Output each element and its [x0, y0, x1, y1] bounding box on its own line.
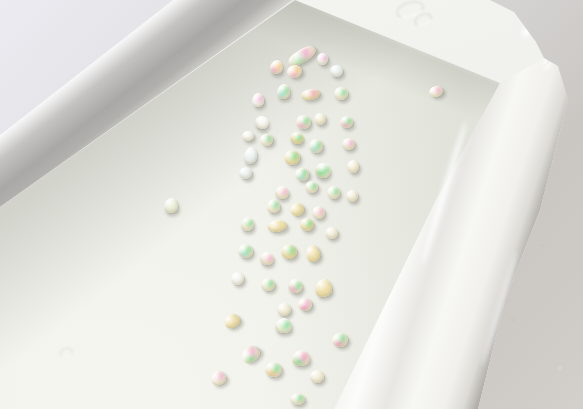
opal-gem	[428, 84, 444, 98]
opal-gem	[330, 65, 343, 77]
opal-gem	[334, 87, 348, 100]
opal-gem	[274, 184, 290, 199]
opal-gem	[268, 59, 283, 75]
opal-gem-layer	[0, 0, 583, 409]
opal-gem	[312, 206, 325, 219]
opal-gem	[283, 149, 300, 165]
opal-gem	[300, 87, 321, 101]
opal-gem	[294, 166, 310, 181]
opal-gem	[285, 63, 303, 79]
opal-gem	[331, 332, 349, 349]
opal-gem	[265, 362, 282, 377]
opal-gem	[238, 342, 262, 365]
opal-gem	[291, 349, 310, 367]
opal-gem	[327, 186, 340, 199]
opal-gem	[289, 130, 306, 145]
opal-gem	[253, 113, 271, 130]
opal-gem	[286, 278, 303, 294]
opal-gem	[252, 93, 264, 107]
opal-gem	[305, 181, 318, 193]
opal-gem	[242, 131, 254, 141]
opal-gem	[285, 44, 318, 68]
opal-gem	[309, 139, 323, 153]
opal-gem	[261, 278, 275, 291]
opal-gem	[231, 272, 244, 285]
opal-gem	[267, 219, 288, 233]
opal-gem	[239, 216, 254, 232]
opal-gem	[267, 199, 280, 213]
opal-gem	[259, 133, 274, 147]
photo-opals-on-tray	[0, 0, 583, 409]
opal-gem	[325, 227, 338, 239]
opal-gem	[259, 250, 276, 266]
opal-gem	[239, 167, 252, 179]
opal-gem	[317, 53, 328, 65]
opal-gem	[340, 116, 353, 128]
opal-gem	[315, 279, 332, 297]
opal-gem	[277, 303, 291, 316]
opal-gem	[290, 393, 305, 405]
opal-gem	[346, 190, 358, 202]
opal-gem	[347, 160, 359, 173]
opal-gem	[273, 316, 292, 334]
opal-gem	[238, 244, 253, 258]
opal-gem	[300, 218, 314, 231]
opal-gem	[276, 83, 290, 99]
opal-gem	[242, 146, 257, 165]
opal-gem	[305, 243, 322, 262]
opal-gem	[314, 113, 326, 125]
opal-gem	[281, 244, 297, 259]
opal-gem	[310, 370, 324, 383]
opal-gem	[289, 201, 306, 217]
opal-gem	[296, 115, 311, 129]
opal-gem	[297, 296, 313, 311]
opal-gem	[222, 312, 242, 331]
opal-gem	[163, 197, 178, 213]
opal-gem	[209, 369, 227, 386]
opal-gem	[342, 138, 355, 150]
opal-gem	[313, 160, 333, 180]
